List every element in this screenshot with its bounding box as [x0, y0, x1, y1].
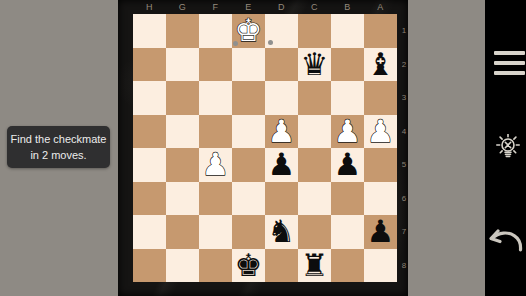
- square-f6[interactable]: [199, 182, 232, 216]
- black-rook-c8[interactable]: ♜: [301, 249, 329, 282]
- square-e2[interactable]: [232, 48, 265, 82]
- square-h4[interactable]: [133, 115, 166, 149]
- square-h7[interactable]: [133, 215, 166, 249]
- board-squares: ♚♛♝♟♟♟♟♟♟♞♟♚♜: [133, 14, 397, 282]
- square-a1[interactable]: [364, 14, 397, 48]
- square-b8[interactable]: [331, 249, 364, 283]
- move-hint-dot-d1: [268, 40, 273, 45]
- square-g1[interactable]: [166, 14, 199, 48]
- square-g3[interactable]: [166, 81, 199, 115]
- square-e3[interactable]: [232, 81, 265, 115]
- file-label-d: D: [265, 0, 298, 14]
- rank-label-3: 3: [398, 81, 410, 115]
- black-pawn-a7[interactable]: ♟: [367, 215, 395, 248]
- square-e6[interactable]: [232, 182, 265, 216]
- square-g2[interactable]: [166, 48, 199, 82]
- file-label-b: B: [331, 0, 364, 14]
- move-hint-dot-e1: [233, 41, 238, 46]
- file-label-c: C: [298, 0, 331, 14]
- square-b3[interactable]: [331, 81, 364, 115]
- square-h1[interactable]: [133, 14, 166, 48]
- square-f4[interactable]: [199, 115, 232, 149]
- square-c6[interactable]: [298, 182, 331, 216]
- square-c7[interactable]: [298, 215, 331, 249]
- square-a7[interactable]: ♟: [364, 215, 397, 249]
- square-g6[interactable]: [166, 182, 199, 216]
- square-b6[interactable]: [331, 182, 364, 216]
- rank-label-1: 1: [398, 14, 410, 48]
- square-c4[interactable]: [298, 115, 331, 149]
- square-h3[interactable]: [133, 81, 166, 115]
- black-bishop-a2[interactable]: ♝: [367, 48, 395, 81]
- hint-text-line2: in 2 moves.: [7, 147, 110, 163]
- right-sidebar: [485, 0, 526, 296]
- rank-label-7: 7: [398, 215, 410, 249]
- square-b1[interactable]: [331, 14, 364, 48]
- square-c3[interactable]: [298, 81, 331, 115]
- rank-label-2: 2: [398, 48, 410, 82]
- square-b2[interactable]: [331, 48, 364, 82]
- rank-label-6: 6: [398, 182, 410, 216]
- square-d4[interactable]: ♟: [265, 115, 298, 149]
- square-f2[interactable]: [199, 48, 232, 82]
- black-pawn-d5[interactable]: ♟: [268, 148, 296, 181]
- square-b7[interactable]: [331, 215, 364, 249]
- square-e5[interactable]: [232, 148, 265, 182]
- file-label-g: G: [166, 0, 199, 14]
- square-g4[interactable]: [166, 115, 199, 149]
- file-label-f: F: [199, 0, 232, 14]
- square-a5[interactable]: [364, 148, 397, 182]
- square-c5[interactable]: [298, 148, 331, 182]
- square-d5[interactable]: ♟: [265, 148, 298, 182]
- square-h8[interactable]: [133, 249, 166, 283]
- puzzle-hint-tooltip: Find the checkmate in 2 moves.: [7, 126, 110, 168]
- square-d6[interactable]: [265, 182, 298, 216]
- hamburger-menu-icon[interactable]: [494, 51, 525, 76]
- file-label-a: A: [364, 0, 397, 14]
- undo-arrow-icon[interactable]: [489, 229, 525, 253]
- square-f3[interactable]: [199, 81, 232, 115]
- square-e7[interactable]: [232, 215, 265, 249]
- square-d7[interactable]: ♞: [265, 215, 298, 249]
- black-queen-c2[interactable]: ♛: [301, 48, 329, 81]
- rank-label-4: 4: [398, 115, 410, 149]
- square-a6[interactable]: [364, 182, 397, 216]
- hint-text-line1: Find the checkmate: [7, 131, 110, 147]
- white-pawn-b4[interactable]: ♟: [334, 115, 362, 148]
- square-f8[interactable]: [199, 249, 232, 283]
- white-pawn-f5[interactable]: ♟: [202, 148, 230, 181]
- square-c2[interactable]: ♛: [298, 48, 331, 82]
- square-d2[interactable]: [265, 48, 298, 82]
- square-f7[interactable]: [199, 215, 232, 249]
- square-h5[interactable]: [133, 148, 166, 182]
- square-d3[interactable]: [265, 81, 298, 115]
- square-f5[interactable]: ♟: [199, 148, 232, 182]
- square-a2[interactable]: ♝: [364, 48, 397, 82]
- square-b4[interactable]: ♟: [331, 115, 364, 149]
- menu-bar: [494, 71, 525, 75]
- square-c8[interactable]: ♜: [298, 249, 331, 283]
- white-pawn-d4[interactable]: ♟: [268, 115, 296, 148]
- white-pawn-a4[interactable]: ♟: [367, 115, 395, 148]
- white-king-e1[interactable]: ♚: [235, 14, 263, 47]
- square-h6[interactable]: [133, 182, 166, 216]
- menu-bar: [494, 51, 525, 55]
- chess-board: HGFEDCBA 12345678 ♚♛♝♟♟♟♟♟♟♞♟♚♜: [118, 0, 408, 296]
- square-b5[interactable]: ♟: [331, 148, 364, 182]
- square-a4[interactable]: ♟: [364, 115, 397, 149]
- black-knight-d7[interactable]: ♞: [268, 215, 296, 248]
- rank-label-8: 8: [398, 249, 410, 283]
- square-e8[interactable]: ♚: [232, 249, 265, 283]
- square-f1[interactable]: [199, 14, 232, 48]
- black-king-e8[interactable]: ♚: [235, 249, 263, 282]
- square-g5[interactable]: [166, 148, 199, 182]
- square-h2[interactable]: [133, 48, 166, 82]
- square-a3[interactable]: [364, 81, 397, 115]
- rank-label-5: 5: [398, 148, 410, 182]
- square-a8[interactable]: [364, 249, 397, 283]
- square-d8[interactable]: [265, 249, 298, 283]
- square-c1[interactable]: [298, 14, 331, 48]
- black-pawn-b5[interactable]: ♟: [334, 148, 362, 181]
- file-label-h: H: [133, 0, 166, 14]
- menu-bar: [494, 61, 525, 65]
- square-e4[interactable]: [232, 115, 265, 149]
- square-g8[interactable]: [166, 249, 199, 283]
- square-g7[interactable]: [166, 215, 199, 249]
- lightbulb-hint-icon[interactable]: [495, 134, 521, 162]
